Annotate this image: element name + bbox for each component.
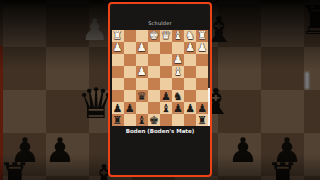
- square-e4[interactable]: [148, 66, 160, 78]
- eval-bar-white-portion: [208, 88, 210, 127]
- square-d3[interactable]: [160, 54, 172, 66]
- square-f2[interactable]: ♟: [136, 42, 148, 54]
- white-pawn-piece: ♟: [185, 42, 195, 53]
- square-g2[interactable]: [124, 42, 136, 54]
- square-f5[interactable]: [136, 78, 148, 90]
- square-c2[interactable]: [172, 42, 184, 54]
- chess-board: ♜♚♛♝♞♜♟♟♟♟♟♟♝♛♟♞♟♟♝♟♟♟♜♝♚♜: [112, 30, 209, 127]
- square-g8[interactable]: [124, 114, 136, 126]
- square-c5[interactable]: [172, 78, 184, 90]
- square-d5[interactable]: [160, 78, 172, 90]
- square-b6[interactable]: [184, 90, 196, 102]
- square-g1[interactable]: [124, 30, 136, 42]
- black-knight-piece: ♞: [173, 91, 183, 102]
- square-d7[interactable]: ♝: [160, 102, 172, 114]
- eval-bar-black-portion: [208, 30, 210, 88]
- square-e5[interactable]: [148, 78, 160, 90]
- black-bishop-piece: ♝: [161, 103, 171, 114]
- white-rook-piece: ♜: [113, 30, 123, 41]
- square-c6[interactable]: ♞: [172, 90, 184, 102]
- square-e1[interactable]: ♚: [148, 30, 160, 42]
- square-f7[interactable]: [136, 102, 148, 114]
- square-b4[interactable]: [184, 66, 196, 78]
- square-d4[interactable]: [160, 66, 172, 78]
- square-d8[interactable]: [160, 114, 172, 126]
- square-e7[interactable]: [148, 102, 160, 114]
- square-c1[interactable]: ♝: [172, 30, 184, 42]
- square-h7[interactable]: ♟: [112, 102, 124, 114]
- eval-bar: [208, 30, 210, 127]
- black-pawn-piece: ♟: [161, 91, 171, 102]
- square-h4[interactable]: [112, 66, 124, 78]
- game-panel: Schulder ♜♚♛♝♞♜♟♟♟♟♟♟♝♛♟♞♟♟♝♟♟♟♜♝♚♜ Bode…: [108, 2, 212, 177]
- square-h3[interactable]: [112, 54, 124, 66]
- black-pawn-piece: ♟: [125, 103, 135, 114]
- square-e3[interactable]: [148, 54, 160, 66]
- black-pawn-piece: ♟: [197, 103, 207, 114]
- black-rook-piece: ♜: [113, 115, 123, 126]
- square-b3[interactable]: [184, 54, 196, 66]
- player-name-bottom: Boden (Boden's Mate): [110, 128, 210, 134]
- black-bishop-piece: ♝: [137, 115, 147, 126]
- black-king-piece: ♚: [149, 115, 159, 126]
- square-c7[interactable]: ♟: [172, 102, 184, 114]
- square-b1[interactable]: ♞: [184, 30, 196, 42]
- white-bishop-piece: ♝: [173, 30, 183, 41]
- square-g6[interactable]: [124, 90, 136, 102]
- square-g4[interactable]: [124, 66, 136, 78]
- player-name-top: Schulder: [110, 20, 210, 26]
- white-pawn-piece: ♟: [113, 42, 123, 53]
- square-e2[interactable]: [148, 42, 160, 54]
- black-pawn-piece: ♟: [173, 103, 183, 114]
- white-pawn-piece: ♟: [137, 66, 147, 77]
- square-c8[interactable]: [172, 114, 184, 126]
- square-d1[interactable]: ♛: [160, 30, 172, 42]
- white-pawn-piece: ♟: [173, 54, 183, 65]
- white-bishop-piece: ♝: [173, 66, 183, 77]
- black-pawn-piece: ♟: [113, 103, 123, 114]
- square-a2[interactable]: ♟: [196, 42, 208, 54]
- square-h5[interactable]: [112, 78, 124, 90]
- square-d6[interactable]: ♟: [160, 90, 172, 102]
- square-a6[interactable]: [196, 90, 208, 102]
- shorts-frame: ♟♛♟♟♜♝♝♝♟♟♜♜ Schulder ♜♚♛♝♞♜♟♟♟♟♟♟♝♛♟♞♟♟…: [0, 0, 320, 180]
- square-b2[interactable]: ♟: [184, 42, 196, 54]
- square-c3[interactable]: ♟: [172, 54, 184, 66]
- square-g5[interactable]: [124, 78, 136, 90]
- black-pawn-piece: ♟: [185, 103, 195, 114]
- square-b5[interactable]: [184, 78, 196, 90]
- square-g3[interactable]: [124, 54, 136, 66]
- square-e6[interactable]: [148, 90, 160, 102]
- square-a7[interactable]: ♟: [196, 102, 208, 114]
- white-rook-piece: ♜: [197, 30, 207, 41]
- square-e8[interactable]: ♚: [148, 114, 160, 126]
- square-f1[interactable]: [136, 30, 148, 42]
- square-b8[interactable]: [184, 114, 196, 126]
- square-a3[interactable]: [196, 54, 208, 66]
- square-h2[interactable]: ♟: [112, 42, 124, 54]
- square-b7[interactable]: ♟: [184, 102, 196, 114]
- square-g7[interactable]: ♟: [124, 102, 136, 114]
- white-king-piece: ♚: [149, 30, 159, 41]
- square-f8[interactable]: ♝: [136, 114, 148, 126]
- square-f3[interactable]: [136, 54, 148, 66]
- white-pawn-piece: ♟: [137, 42, 147, 53]
- square-f6[interactable]: ♛: [136, 90, 148, 102]
- square-h1[interactable]: ♜: [112, 30, 124, 42]
- square-a1[interactable]: ♜: [196, 30, 208, 42]
- white-knight-piece: ♞: [185, 30, 195, 41]
- black-rook-piece: ♜: [197, 115, 207, 126]
- square-a8[interactable]: ♜: [196, 114, 208, 126]
- square-h6[interactable]: [112, 90, 124, 102]
- white-queen-piece: ♛: [161, 30, 171, 41]
- black-queen-piece: ♛: [137, 91, 147, 102]
- square-c4[interactable]: ♝: [172, 66, 184, 78]
- square-f4[interactable]: ♟: [136, 66, 148, 78]
- square-a5[interactable]: [196, 78, 208, 90]
- square-h8[interactable]: ♜: [112, 114, 124, 126]
- white-pawn-piece: ♟: [197, 42, 207, 53]
- square-a4[interactable]: [196, 66, 208, 78]
- square-d2[interactable]: [160, 42, 172, 54]
